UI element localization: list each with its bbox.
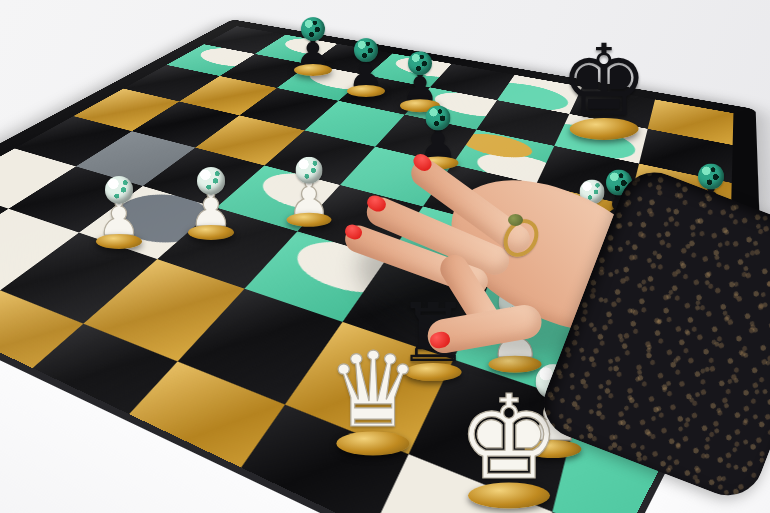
piece-white-pawn-b5[interactable]: ♟ <box>188 167 234 240</box>
gold-piece-base <box>347 85 385 97</box>
finger-ring-stone <box>508 214 523 226</box>
dark-speckled-ball-head <box>408 51 432 75</box>
gold-piece-base <box>294 64 332 76</box>
dark-speckled-ball-head <box>698 164 724 190</box>
light-speckled-ball-head <box>296 157 323 184</box>
gold-piece-base <box>96 234 142 249</box>
light-speckled-ball-head <box>105 176 133 204</box>
piece-black-pawn-b7[interactable]: ♟ <box>294 17 332 76</box>
piece-white-pawn-c5[interactable]: ♟ <box>287 157 332 227</box>
dark-speckled-ball-head <box>354 38 378 62</box>
gold-piece-base <box>336 431 409 455</box>
dark-speckled-ball-head <box>301 17 325 41</box>
piece-white-pawn-a5[interactable]: ♟ <box>96 176 142 249</box>
gold-piece-base <box>188 225 234 240</box>
piece-black-king-g8[interactable]: ♚ <box>560 36 649 140</box>
gold-piece-base <box>468 483 550 509</box>
black-king-glyph: ♚ <box>560 36 649 125</box>
piece-white-queen-d2[interactable]: ♛ <box>326 344 419 455</box>
gold-piece-base <box>569 118 638 140</box>
dark-speckled-ball-head <box>426 105 451 130</box>
piece-black-pawn-d7[interactable]: ♟ <box>400 51 440 112</box>
white-queen-glyph: ♛ <box>326 344 419 438</box>
piece-black-pawn-c7[interactable]: ♟ <box>347 38 385 97</box>
chess-photo-scene: ♟♟♟♟♚♟♟♟♟♟♟♟♟♛♚♜ <box>0 0 770 513</box>
light-speckled-ball-head <box>197 167 225 195</box>
